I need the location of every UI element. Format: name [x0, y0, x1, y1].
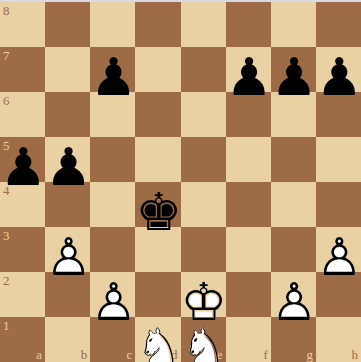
square-b7[interactable]: [45, 47, 90, 92]
square-f2[interactable]: [226, 272, 271, 317]
white-pawn[interactable]: ♟♙: [45, 231, 90, 276]
square-e4[interactable]: [181, 182, 226, 227]
square-b3[interactable]: ♟♙: [45, 227, 90, 272]
black-pawn[interactable]: ♟: [271, 51, 316, 96]
square-d4[interactable]: ♚: [135, 182, 180, 227]
square-a1[interactable]: 1a: [0, 317, 45, 362]
black-pawn[interactable]: ♟: [226, 51, 271, 96]
square-h1[interactable]: h: [316, 317, 361, 362]
square-f8[interactable]: [226, 2, 271, 47]
square-h7[interactable]: ♟: [316, 47, 361, 92]
square-b6[interactable]: [45, 92, 90, 137]
square-g7[interactable]: ♟: [271, 47, 316, 92]
square-e8[interactable]: [181, 2, 226, 47]
white-knight[interactable]: ♞♘: [181, 321, 226, 362]
white-king[interactable]: ♚♔: [181, 276, 226, 321]
square-f3[interactable]: [226, 227, 271, 272]
square-a6[interactable]: 6: [0, 92, 45, 137]
square-b1[interactable]: b: [45, 317, 90, 362]
chess-diagram: 87♟♟♟♟65♟♟4♚3♟♙♟♙2♟♙♚♔♟♙1abcd♞♘e♞♘fgh: [0, 0, 361, 362]
white-pawn[interactable]: ♟♙: [90, 276, 135, 321]
square-e6[interactable]: [181, 92, 226, 137]
file-label-h: h: [352, 348, 359, 361]
square-h3[interactable]: ♟♙: [316, 227, 361, 272]
rank-label-8: 8: [3, 4, 10, 17]
square-e7[interactable]: [181, 47, 226, 92]
square-g5[interactable]: [271, 137, 316, 182]
square-h4[interactable]: [316, 182, 361, 227]
white-pawn[interactable]: ♟♙: [316, 231, 361, 276]
square-e1[interactable]: e♞♘: [181, 317, 226, 362]
rank-label-1: 1: [3, 319, 10, 332]
rank-label-6: 6: [3, 94, 10, 107]
black-pawn[interactable]: ♟: [0, 141, 45, 186]
square-a5[interactable]: 5♟: [0, 137, 45, 182]
square-b5[interactable]: ♟: [45, 137, 90, 182]
file-label-b: b: [81, 348, 88, 361]
rank-label-2: 2: [3, 274, 10, 287]
rank-label-7: 7: [3, 49, 10, 62]
chess-board[interactable]: 87♟♟♟♟65♟♟4♚3♟♙♟♙2♟♙♚♔♟♙1abcd♞♘e♞♘fgh: [0, 2, 361, 362]
square-h8[interactable]: [316, 2, 361, 47]
rank-label-3: 3: [3, 229, 10, 242]
square-f4[interactable]: [226, 182, 271, 227]
square-d2[interactable]: [135, 272, 180, 317]
square-d1[interactable]: d♞♘: [135, 317, 180, 362]
square-f7[interactable]: ♟: [226, 47, 271, 92]
square-c7[interactable]: ♟: [90, 47, 135, 92]
square-h5[interactable]: [316, 137, 361, 182]
black-pawn[interactable]: ♟: [316, 51, 361, 96]
file-label-c: c: [127, 348, 133, 361]
square-f1[interactable]: f: [226, 317, 271, 362]
square-a3[interactable]: 3: [0, 227, 45, 272]
white-knight[interactable]: ♞♘: [135, 321, 180, 362]
square-a8[interactable]: 8: [0, 2, 45, 47]
square-b8[interactable]: [45, 2, 90, 47]
black-king[interactable]: ♚: [135, 186, 180, 231]
square-g2[interactable]: ♟♙: [271, 272, 316, 317]
square-c8[interactable]: [90, 2, 135, 47]
square-a2[interactable]: 2: [0, 272, 45, 317]
square-d8[interactable]: [135, 2, 180, 47]
square-d6[interactable]: [135, 92, 180, 137]
square-a7[interactable]: 7: [0, 47, 45, 92]
black-pawn[interactable]: ♟: [45, 141, 90, 186]
file-label-g: g: [306, 348, 313, 361]
square-g8[interactable]: [271, 2, 316, 47]
square-c4[interactable]: [90, 182, 135, 227]
square-f5[interactable]: [226, 137, 271, 182]
square-d5[interactable]: [135, 137, 180, 182]
square-e2[interactable]: ♚♔: [181, 272, 226, 317]
square-c3[interactable]: [90, 227, 135, 272]
square-e5[interactable]: [181, 137, 226, 182]
square-c5[interactable]: [90, 137, 135, 182]
square-c2[interactable]: ♟♙: [90, 272, 135, 317]
square-e3[interactable]: [181, 227, 226, 272]
black-pawn[interactable]: ♟: [90, 51, 135, 96]
square-g4[interactable]: [271, 182, 316, 227]
file-label-f: f: [263, 348, 267, 361]
square-g3[interactable]: [271, 227, 316, 272]
file-label-a: a: [36, 348, 42, 361]
white-pawn[interactable]: ♟♙: [271, 276, 316, 321]
square-d7[interactable]: [135, 47, 180, 92]
